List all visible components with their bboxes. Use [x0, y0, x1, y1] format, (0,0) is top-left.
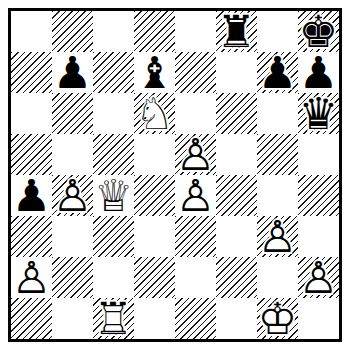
square-g6[interactable]	[257, 93, 298, 134]
square-g7[interactable]: ♟♟	[257, 52, 298, 93]
white-knight-d6: ♘	[134, 93, 175, 134]
square-d8[interactable]	[134, 11, 175, 52]
black-queen-halo: ♛	[298, 93, 339, 134]
square-h2[interactable]: ♟♙	[298, 257, 339, 298]
black-pawn-b7: ♟	[52, 52, 93, 93]
white-queen-c4: ♕	[93, 175, 134, 216]
white-queen-halo: ♛	[93, 175, 134, 216]
square-d1[interactable]	[134, 298, 175, 339]
square-e7[interactable]	[175, 52, 216, 93]
square-f4[interactable]	[216, 175, 257, 216]
white-pawn-halo: ♟	[257, 216, 298, 257]
white-rook-c1: ♖	[93, 298, 134, 339]
square-d2[interactable]	[134, 257, 175, 298]
square-g2[interactable]	[257, 257, 298, 298]
square-h4[interactable]	[298, 175, 339, 216]
square-d4[interactable]	[134, 175, 175, 216]
square-e2[interactable]	[175, 257, 216, 298]
black-pawn-halo: ♟	[52, 52, 93, 93]
black-queen-h6: ♛	[298, 93, 339, 134]
square-c6[interactable]	[93, 93, 134, 134]
square-g8[interactable]	[257, 11, 298, 52]
square-f2[interactable]	[216, 257, 257, 298]
square-c8[interactable]	[93, 11, 134, 52]
white-king-g1: ♔	[257, 298, 298, 339]
square-g5[interactable]	[257, 134, 298, 175]
square-d3[interactable]	[134, 216, 175, 257]
square-e8[interactable]	[175, 11, 216, 52]
square-e6[interactable]	[175, 93, 216, 134]
white-pawn-g3: ♙	[257, 216, 298, 257]
white-pawn-halo: ♟	[175, 175, 216, 216]
square-c2[interactable]	[93, 257, 134, 298]
white-pawn-h2: ♙	[298, 257, 339, 298]
square-f3[interactable]	[216, 216, 257, 257]
square-c1[interactable]: ♜♖	[93, 298, 134, 339]
square-h6[interactable]: ♛♛	[298, 93, 339, 134]
square-h1[interactable]	[298, 298, 339, 339]
square-c7[interactable]	[93, 52, 134, 93]
square-a8[interactable]	[11, 11, 52, 52]
square-d5[interactable]	[134, 134, 175, 175]
square-g1[interactable]: ♚♔	[257, 298, 298, 339]
white-pawn-halo: ♟	[52, 175, 93, 216]
square-b2[interactable]	[52, 257, 93, 298]
square-h5[interactable]	[298, 134, 339, 175]
chess-board: ♜♜♚♚♟♟♝♝♟♟♟♟♞♘♛♛♟♙♟♟♟♙♛♕♟♙♟♙♟♙♟♙♜♖♚♔	[11, 11, 339, 339]
white-pawn-b4: ♙	[52, 175, 93, 216]
square-h8[interactable]: ♚♚	[298, 11, 339, 52]
square-a7[interactable]	[11, 52, 52, 93]
square-f5[interactable]	[216, 134, 257, 175]
white-pawn-e4: ♙	[175, 175, 216, 216]
white-knight-halo: ♞	[134, 93, 175, 134]
square-b5[interactable]	[52, 134, 93, 175]
black-pawn-h7: ♟	[298, 52, 339, 93]
square-h3[interactable]	[298, 216, 339, 257]
square-b1[interactable]	[52, 298, 93, 339]
square-d6[interactable]: ♞♘	[134, 93, 175, 134]
black-pawn-g7: ♟	[257, 52, 298, 93]
square-c5[interactable]	[93, 134, 134, 175]
square-c4[interactable]: ♛♕	[93, 175, 134, 216]
square-e3[interactable]	[175, 216, 216, 257]
black-king-h8: ♚	[298, 11, 339, 52]
square-h7[interactable]: ♟♟	[298, 52, 339, 93]
square-b3[interactable]	[52, 216, 93, 257]
black-rook-f8: ♜	[216, 11, 257, 52]
square-g4[interactable]	[257, 175, 298, 216]
black-pawn-halo: ♟	[257, 52, 298, 93]
black-king-halo: ♚	[298, 11, 339, 52]
black-rook-halo: ♜	[216, 11, 257, 52]
square-b7[interactable]: ♟♟	[52, 52, 93, 93]
square-e1[interactable]	[175, 298, 216, 339]
white-rook-halo: ♜	[93, 298, 134, 339]
square-f1[interactable]	[216, 298, 257, 339]
board-frame: ♜♜♚♚♟♟♝♝♟♟♟♟♞♘♛♛♟♙♟♟♟♙♛♕♟♙♟♙♟♙♟♙♜♖♚♔	[8, 8, 342, 342]
black-pawn-halo: ♟	[298, 52, 339, 93]
square-d7[interactable]: ♝♝	[134, 52, 175, 93]
square-f7[interactable]	[216, 52, 257, 93]
square-b8[interactable]	[52, 11, 93, 52]
white-pawn-halo: ♟	[175, 134, 216, 175]
square-a5[interactable]	[11, 134, 52, 175]
square-e4[interactable]: ♟♙	[175, 175, 216, 216]
square-c3[interactable]	[93, 216, 134, 257]
black-bishop-d7: ♝	[134, 52, 175, 93]
white-pawn-e5: ♙	[175, 134, 216, 175]
black-pawn-halo: ♟	[11, 175, 52, 216]
square-b4[interactable]: ♟♙	[52, 175, 93, 216]
square-g3[interactable]: ♟♙	[257, 216, 298, 257]
square-e5[interactable]: ♟♙	[175, 134, 216, 175]
white-pawn-a2: ♙	[11, 257, 52, 298]
square-a3[interactable]	[11, 216, 52, 257]
square-a4[interactable]: ♟♟	[11, 175, 52, 216]
white-king-halo: ♚	[257, 298, 298, 339]
square-a2[interactable]: ♟♙	[11, 257, 52, 298]
square-f6[interactable]	[216, 93, 257, 134]
black-bishop-halo: ♝	[134, 52, 175, 93]
white-pawn-halo: ♟	[298, 257, 339, 298]
square-f8[interactable]: ♜♜	[216, 11, 257, 52]
black-pawn-a4: ♟	[11, 175, 52, 216]
square-a6[interactable]	[11, 93, 52, 134]
white-pawn-halo: ♟	[11, 257, 52, 298]
square-a1[interactable]	[11, 298, 52, 339]
square-b6[interactable]	[52, 93, 93, 134]
